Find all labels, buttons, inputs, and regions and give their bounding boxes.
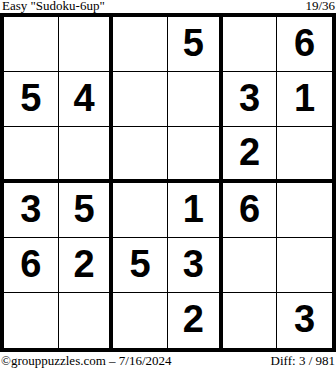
cell-r4c1: 3 <box>4 183 59 238</box>
cell-r1c5[interactable] <box>223 17 278 72</box>
sudoku-board: 56543123516625323 <box>0 13 336 352</box>
cell-r5c2: 2 <box>59 238 114 293</box>
cell-r1c4: 5 <box>168 17 223 72</box>
cell-r6c4: 2 <box>168 293 223 348</box>
cell-r4c6[interactable] <box>277 183 332 238</box>
cell-r2c4[interactable] <box>168 72 223 127</box>
cell-r4c4: 1 <box>168 183 223 238</box>
cell-r1c6: 6 <box>277 17 332 72</box>
cell-r6c2[interactable] <box>59 293 114 348</box>
cell-r2c6: 1 <box>277 72 332 127</box>
cell-r5c4: 3 <box>168 238 223 293</box>
cell-r5c3: 5 <box>113 238 168 293</box>
cell-r2c3[interactable] <box>113 72 168 127</box>
footer-difficulty: Diff: 3 / 981 <box>271 353 336 369</box>
puzzle-title: Easy "Sudoku-6up" <box>0 0 105 12</box>
cell-r4c5: 6 <box>223 183 278 238</box>
cell-r3c4[interactable] <box>168 127 223 182</box>
cell-r6c5[interactable] <box>223 293 278 348</box>
cell-r1c2[interactable] <box>59 17 114 72</box>
cell-r1c3[interactable] <box>113 17 168 72</box>
cell-r3c3[interactable] <box>113 127 168 182</box>
cell-r6c3[interactable] <box>113 293 168 348</box>
cell-r5c1: 6 <box>4 238 59 293</box>
page-header: Easy "Sudoku-6up" 19/36 <box>0 0 336 13</box>
cell-r3c6[interactable] <box>277 127 332 182</box>
page-footer: ©grouppuzzles.com – 7/16/2024 Diff: 3 / … <box>0 352 336 370</box>
cell-r5c5[interactable] <box>223 238 278 293</box>
cell-r3c5: 2 <box>223 127 278 182</box>
cell-r2c1: 5 <box>4 72 59 127</box>
cell-r4c3[interactable] <box>113 183 168 238</box>
cell-r6c6: 3 <box>277 293 332 348</box>
cell-r6c1[interactable] <box>4 293 59 348</box>
cell-r3c1[interactable] <box>4 127 59 182</box>
cell-r3c2[interactable] <box>59 127 114 182</box>
footer-copyright: ©grouppuzzles.com – 7/16/2024 <box>0 353 172 369</box>
cell-r2c2: 4 <box>59 72 114 127</box>
cell-r5c6[interactable] <box>277 238 332 293</box>
cell-r2c5: 3 <box>223 72 278 127</box>
puzzle-counter: 19/36 <box>305 0 336 12</box>
cell-r4c2: 5 <box>59 183 114 238</box>
cell-r1c1[interactable] <box>4 17 59 72</box>
